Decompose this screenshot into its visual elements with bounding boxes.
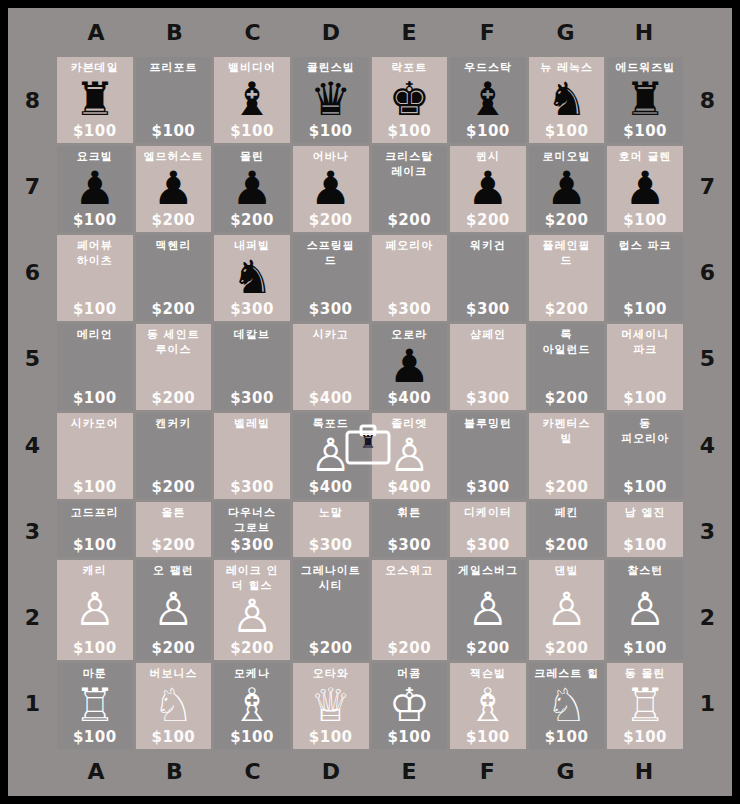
city-label: 스프링필 드 (307, 239, 355, 269)
file-labels-top: ABCDEFGH (57, 8, 683, 57)
city-label: 동 피오리아 (621, 417, 669, 447)
city-label: 캐리 (83, 564, 107, 579)
city-label: 벨레빌 (234, 417, 270, 432)
square-c2[interactable]: 레이크 인 더 힐스♙$200 (214, 560, 290, 661)
rank-labels-right: 87654321 (683, 57, 732, 747)
rank-left-label-7: 7 (8, 143, 57, 229)
square-a1[interactable]: 마툰♖$100 (57, 663, 133, 749)
square-f4[interactable]: 블루밍턴$300 (450, 413, 526, 499)
square-d8[interactable]: 콜린스빌♛$100 (293, 57, 369, 143)
city-label: 페어뷰 하이츠 (77, 239, 113, 269)
square-a5[interactable]: 메리언$100 (57, 324, 133, 410)
piece-white-rook[interactable]: ♖ (74, 682, 115, 728)
file-bottom-label-C: C (214, 747, 292, 796)
piece-black-pawn[interactable]: ♟︎ (153, 165, 194, 211)
piece-white-king[interactable]: ♔ (389, 682, 430, 728)
price-label: $100 (230, 122, 274, 140)
square-d3[interactable]: 노말$300 (293, 502, 369, 557)
price-label: $400 (309, 389, 353, 407)
file-top-label-D: D (292, 8, 370, 57)
chess-board: ♜ 카본데일♜$100프리포트$100밸비디어♝$100콜린스빌♛$100락포트… (57, 57, 683, 747)
file-bottom-label-F: F (448, 747, 526, 796)
price-label: $100 (387, 122, 431, 140)
piece-black-pawn[interactable]: ♟︎ (231, 165, 272, 211)
piece-white-pawn[interactable]: ♙ (389, 432, 430, 478)
square-f8[interactable]: 우드스탁♝$100 (450, 57, 526, 143)
square-a8[interactable]: 카본데일♜$100 (57, 57, 133, 143)
piece-white-knight[interactable]: ♘ (546, 682, 587, 728)
price-label: $100 (623, 478, 667, 496)
rank-left-label-1: 1 (8, 661, 57, 747)
city-label: 오스위고 (385, 564, 433, 579)
square-d1[interactable]: 오타와♕$100 (293, 663, 369, 749)
square-c3[interactable]: 다우너스 그로브$300 (214, 502, 290, 557)
briefcase-icon[interactable]: ♜ (345, 424, 391, 465)
square-d7[interactable]: 어바나♟︎$200 (293, 146, 369, 232)
rank-labels-left: 87654321 (8, 57, 57, 747)
rank-left-label-2: 2 (8, 575, 57, 661)
piece-white-queen[interactable]: ♕ (310, 682, 351, 728)
square-d5[interactable]: 시카고$400 (293, 324, 369, 410)
price-label: $200 (152, 478, 196, 496)
square-g5[interactable]: 록 아일런드$200 (529, 324, 605, 410)
piece-white-pawn[interactable]: ♙ (625, 586, 666, 632)
price-label: $300 (466, 478, 510, 496)
piece-black-knight[interactable]: ♞ (546, 76, 587, 122)
piece-black-knight[interactable]: ♞ (231, 254, 272, 300)
city-label: 머세이니 파크 (621, 328, 669, 358)
rank-left-label-5: 5 (8, 316, 57, 402)
square-h7[interactable]: 호머 글렌♟︎$100 (607, 146, 683, 232)
price-label: $200 (387, 639, 431, 657)
price-label: $100 (152, 728, 196, 746)
price-label: $100 (466, 122, 510, 140)
city-label: 카펜터스 빌 (543, 417, 591, 447)
price-label: $200 (545, 211, 589, 229)
square-b8[interactable]: 프리포트$100 (136, 57, 212, 143)
file-top-label-E: E (370, 8, 448, 57)
page-background: ABCDEFGH ABCDEFGH 87654321 87654321 ♜ 카본… (0, 0, 740, 804)
city-label: 올튼 (161, 506, 185, 521)
price-label: $400 (309, 478, 353, 496)
square-b7[interactable]: 엘므허스트♟︎$200 (136, 146, 212, 232)
piece-white-rook[interactable]: ♖ (625, 682, 666, 728)
rank-left-label-3: 3 (8, 488, 57, 574)
square-e2[interactable]: 오스위고$200 (372, 560, 448, 661)
square-a2[interactable]: 캐리♙$100 (57, 560, 133, 661)
square-c4[interactable]: 벨레빌$300 (214, 413, 290, 499)
file-top-label-F: F (448, 8, 526, 57)
price-label: $300 (466, 389, 510, 407)
square-g2[interactable]: 댄빌♙$200 (529, 560, 605, 661)
piece-black-pawn[interactable]: ♟︎ (467, 165, 508, 211)
price-label: $100 (309, 728, 353, 746)
piece-black-queen[interactable]: ♛ (310, 76, 351, 122)
city-label: 워키건 (470, 239, 506, 254)
square-e1[interactable]: 머콤♔$100 (372, 663, 448, 749)
square-b5[interactable]: 동 세인트 루이스$200 (136, 324, 212, 410)
file-bottom-label-E: E (370, 747, 448, 796)
square-g4[interactable]: 카펜터스 빌$200 (529, 413, 605, 499)
city-label: 시카고 (313, 328, 349, 343)
price-label: $200 (152, 639, 196, 657)
price-label: $300 (309, 300, 353, 318)
file-bottom-label-H: H (605, 747, 683, 796)
price-label: $100 (623, 122, 667, 140)
file-bottom-label-A: A (57, 747, 135, 796)
file-top-label-B: B (135, 8, 213, 57)
price-label: $400 (387, 389, 431, 407)
file-bottom-label-B: B (135, 747, 213, 796)
square-c8[interactable]: 밸비디어♝$100 (214, 57, 290, 143)
square-c6[interactable]: 내퍼빌♞$300 (214, 235, 290, 321)
price-label: $200 (152, 536, 196, 554)
price-label: $100 (152, 122, 196, 140)
rank-left-label-6: 6 (8, 230, 57, 316)
rank-right-label-1: 1 (683, 661, 732, 747)
city-label: 메리언 (77, 328, 113, 343)
rank-right-label-4: 4 (683, 402, 732, 488)
price-label: $200 (152, 389, 196, 407)
piece-black-pawn[interactable]: ♟︎ (546, 165, 587, 211)
price-label: $200 (387, 211, 431, 229)
price-label: $200 (152, 211, 196, 229)
price-label: $300 (230, 389, 274, 407)
price-label: $300 (466, 300, 510, 318)
square-f2[interactable]: 게일스버그♙$200 (450, 560, 526, 661)
price-label: $100 (73, 536, 117, 554)
city-label: 샴페인 (470, 328, 506, 343)
rank-right-label-8: 8 (683, 57, 732, 143)
square-b3[interactable]: 올튼$200 (136, 502, 212, 557)
rank-right-label-6: 6 (683, 230, 732, 316)
square-f1[interactable]: 잭슨빌♗$100 (450, 663, 526, 749)
square-b4[interactable]: 캔커키$200 (136, 413, 212, 499)
city-label: 데칼브 (234, 328, 270, 343)
price-label: $400 (387, 478, 431, 496)
square-h3[interactable]: 남 엘진$100 (607, 502, 683, 557)
square-b2[interactable]: 오 팰런♙$200 (136, 560, 212, 661)
price-label: $100 (73, 639, 117, 657)
price-label: $200 (545, 300, 589, 318)
price-label: $200 (545, 478, 589, 496)
square-a4[interactable]: 시카모어$100 (57, 413, 133, 499)
square-a7[interactable]: 요크빌♟︎$100 (57, 146, 133, 232)
square-g8[interactable]: 뉴 레녹스♞$100 (529, 57, 605, 143)
price-label: $200 (230, 639, 274, 657)
city-label: 남 엘진 (625, 506, 666, 521)
rank-right-label-7: 7 (683, 143, 732, 229)
briefcase-black-rook-icon: ♜ (345, 433, 391, 451)
price-label: $300 (466, 536, 510, 554)
square-f6[interactable]: 워키건$300 (450, 235, 526, 321)
piece-black-bishop[interactable]: ♝ (467, 76, 508, 122)
rank-right-label-3: 3 (683, 488, 732, 574)
price-label: $100 (623, 728, 667, 746)
city-label: 시카모어 (71, 417, 119, 432)
city-label: 크리스탈 레이크 (385, 150, 433, 180)
piece-black-king[interactable]: ♚ (389, 76, 430, 122)
piece-white-bishop[interactable]: ♗ (467, 682, 508, 728)
piece-black-rook[interactable]: ♜ (625, 76, 666, 122)
square-a6[interactable]: 페어뷰 하이츠$100 (57, 235, 133, 321)
price-label: $100 (623, 300, 667, 318)
file-labels-bottom: ABCDEFGH (57, 747, 683, 796)
square-c1[interactable]: 모케나♗$100 (214, 663, 290, 749)
price-label: $100 (623, 639, 667, 657)
city-label: 캔커키 (155, 417, 191, 432)
city-label: 게일스버그 (458, 564, 518, 579)
square-g1[interactable]: 크레스트 힐♘$100 (529, 663, 605, 749)
piece-white-pawn[interactable]: ♙ (546, 586, 587, 632)
file-bottom-label-G: G (527, 747, 605, 796)
file-top-label-A: A (57, 8, 135, 57)
square-b6[interactable]: 맥헨리$200 (136, 235, 212, 321)
file-top-label-C: C (214, 8, 292, 57)
city-label: 디케이터 (464, 506, 512, 521)
city-label: 오 팰런 (153, 564, 194, 579)
city-label: 페오리아 (385, 239, 433, 254)
piece-black-bishop[interactable]: ♝ (231, 76, 272, 122)
square-c7[interactable]: 몰린♟︎$200 (214, 146, 290, 232)
city-label: 플레인필 드 (543, 239, 591, 269)
price-label: $200 (309, 211, 353, 229)
square-e7[interactable]: 크리스탈 레이크$200 (372, 146, 448, 232)
city-label: 다우너스 그로브 (228, 506, 276, 536)
city-label: 노말 (319, 506, 343, 521)
square-e3[interactable]: 휘튼$300 (372, 502, 448, 557)
piece-black-rook[interactable]: ♜ (74, 76, 115, 122)
square-h6[interactable]: 럽스 파크$100 (607, 235, 683, 321)
city-label: 럽스 파크 (619, 239, 672, 254)
price-label: $200 (545, 389, 589, 407)
price-label: $200 (466, 211, 510, 229)
piece-white-knight[interactable]: ♘ (153, 682, 194, 728)
price-label: $100 (230, 728, 274, 746)
price-label: $100 (73, 300, 117, 318)
price-label: $100 (387, 728, 431, 746)
square-g7[interactable]: 로미오빌♟︎$200 (529, 146, 605, 232)
price-label: $300 (230, 536, 274, 554)
city-label: 찰스턴 (627, 564, 663, 579)
square-e6[interactable]: 페오리아$300 (372, 235, 448, 321)
square-e5[interactable]: 오로라♟︎$400 (372, 324, 448, 410)
piece-black-pawn[interactable]: ♟︎ (625, 165, 666, 211)
square-a3[interactable]: 고드프리$100 (57, 502, 133, 557)
city-label: 페킨 (555, 506, 579, 521)
city-label: 프리포트 (149, 61, 197, 76)
piece-black-pawn[interactable]: ♟︎ (389, 343, 430, 389)
price-label: $300 (309, 536, 353, 554)
city-label: 고드프리 (71, 506, 119, 521)
price-label: $100 (73, 728, 117, 746)
city-label: 맥헨리 (155, 239, 191, 254)
price-label: $200 (230, 211, 274, 229)
square-h1[interactable]: 동 몰린♖$100 (607, 663, 683, 749)
square-f7[interactable]: 퀸시♟︎$200 (450, 146, 526, 232)
price-label: $300 (387, 536, 431, 554)
file-bottom-label-D: D (292, 747, 370, 796)
price-label: $200 (545, 536, 589, 554)
rank-left-label-8: 8 (8, 57, 57, 143)
rank-right-label-5: 5 (683, 316, 732, 402)
city-label: 그레나이트 시티 (301, 564, 361, 594)
piece-white-pawn[interactable]: ♙ (467, 586, 508, 632)
price-label: $100 (73, 389, 117, 407)
file-top-label-H: H (605, 8, 683, 57)
price-label: $100 (623, 211, 667, 229)
square-d6[interactable]: 스프링필 드$300 (293, 235, 369, 321)
file-top-label-G: G (527, 8, 605, 57)
rank-right-label-2: 2 (683, 575, 732, 661)
square-e8[interactable]: 락포트♚$100 (372, 57, 448, 143)
square-g6[interactable]: 플레인필 드$200 (529, 235, 605, 321)
price-label: $200 (466, 639, 510, 657)
square-f5[interactable]: 샴페인$300 (450, 324, 526, 410)
price-label: $200 (545, 639, 589, 657)
city-label: 블루밍턴 (464, 417, 512, 432)
rank-left-label-4: 4 (8, 402, 57, 488)
price-label: $100 (545, 122, 589, 140)
price-label: $300 (230, 300, 274, 318)
piece-white-pawn[interactable]: ♙ (231, 593, 272, 639)
piece-black-pawn[interactable]: ♟︎ (310, 165, 351, 211)
price-label: $300 (230, 478, 274, 496)
price-label: $100 (73, 122, 117, 140)
price-label: $100 (623, 389, 667, 407)
price-label: $300 (387, 300, 431, 318)
piece-white-pawn[interactable]: ♙ (74, 586, 115, 632)
price-label: $100 (623, 536, 667, 554)
city-label: 동 세인트 루이스 (147, 328, 200, 358)
square-c5[interactable]: 데칼브$300 (214, 324, 290, 410)
city-label: 록 아일런드 (543, 328, 591, 358)
square-f3[interactable]: 디케이터$300 (450, 502, 526, 557)
board-frame: ABCDEFGH ABCDEFGH 87654321 87654321 ♜ 카본… (8, 8, 732, 796)
square-h8[interactable]: 에드워즈빌♜$100 (607, 57, 683, 143)
price-label: $200 (152, 300, 196, 318)
price-label: $100 (73, 478, 117, 496)
square-b1[interactable]: 버보니스♘$100 (136, 663, 212, 749)
price-label: $100 (73, 211, 117, 229)
piece-black-pawn[interactable]: ♟︎ (74, 165, 115, 211)
piece-white-bishop[interactable]: ♗ (231, 682, 272, 728)
city-label: 휘튼 (397, 506, 421, 521)
square-h4[interactable]: 동 피오리아$100 (607, 413, 683, 499)
square-h5[interactable]: 머세이니 파크$100 (607, 324, 683, 410)
price-label: $200 (309, 639, 353, 657)
city-label: 댄빌 (555, 564, 579, 579)
price-label: $100 (309, 122, 353, 140)
square-d2[interactable]: 그레나이트 시티$200 (293, 560, 369, 661)
square-g3[interactable]: 페킨$200 (529, 502, 605, 557)
price-label: $100 (466, 728, 510, 746)
square-h2[interactable]: 찰스턴♙$100 (607, 560, 683, 661)
piece-white-pawn[interactable]: ♙ (153, 586, 194, 632)
price-label: $100 (545, 728, 589, 746)
